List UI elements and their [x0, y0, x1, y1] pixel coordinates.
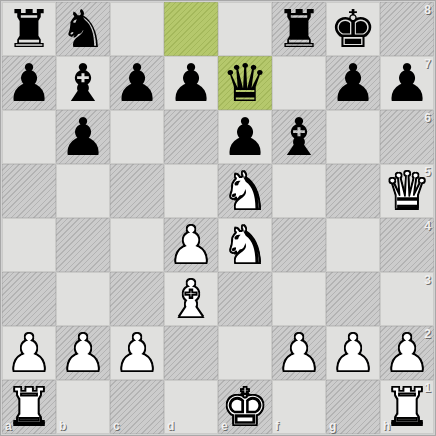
- piece-white-knight: ♞: [218, 164, 272, 218]
- square-e2[interactable]: [218, 326, 272, 380]
- rank-label-3: 3: [424, 273, 431, 287]
- piece-white-pawn: ♟: [164, 218, 218, 272]
- piece-black-king: ♚: [326, 2, 380, 56]
- square-b4[interactable]: [56, 218, 110, 272]
- piece-black-pawn: ♟: [110, 56, 164, 110]
- square-f2[interactable]: ♟: [272, 326, 326, 380]
- square-f7[interactable]: [272, 56, 326, 110]
- square-e7[interactable]: ♛: [218, 56, 272, 110]
- square-h4[interactable]: 4: [380, 218, 434, 272]
- square-g2[interactable]: ♟: [326, 326, 380, 380]
- piece-black-pawn: ♟: [164, 56, 218, 110]
- square-f3[interactable]: [272, 272, 326, 326]
- square-c3[interactable]: [110, 272, 164, 326]
- square-e6[interactable]: ♟: [218, 110, 272, 164]
- square-e4[interactable]: ♞: [218, 218, 272, 272]
- square-c7[interactable]: ♟: [110, 56, 164, 110]
- square-d4[interactable]: ♟: [164, 218, 218, 272]
- square-d8[interactable]: [164, 2, 218, 56]
- square-g1[interactable]: g: [326, 380, 380, 434]
- square-h7[interactable]: 7♟: [380, 56, 434, 110]
- piece-white-pawn: ♟: [272, 326, 326, 380]
- file-label-h: h: [383, 419, 390, 433]
- piece-black-pawn: ♟: [326, 56, 380, 110]
- rank-label-4: 4: [424, 219, 431, 233]
- square-a8[interactable]: ♜: [2, 2, 56, 56]
- piece-black-pawn: ♟: [380, 56, 434, 110]
- piece-black-pawn: ♟: [218, 110, 272, 164]
- piece-white-queen: ♛: [380, 164, 434, 218]
- square-a3[interactable]: [2, 272, 56, 326]
- square-c1[interactable]: c: [110, 380, 164, 434]
- square-b6[interactable]: ♟: [56, 110, 110, 164]
- square-c6[interactable]: [110, 110, 164, 164]
- rank-label-8: 8: [424, 3, 431, 17]
- piece-black-rook: ♜: [272, 2, 326, 56]
- square-c8[interactable]: [110, 2, 164, 56]
- square-h6[interactable]: 6: [380, 110, 434, 164]
- piece-black-pawn: ♟: [2, 56, 56, 110]
- piece-white-pawn: ♟: [380, 326, 434, 380]
- piece-black-bishop: ♝: [272, 110, 326, 164]
- piece-white-rook: ♜: [380, 380, 434, 434]
- square-a6[interactable]: [2, 110, 56, 164]
- square-a7[interactable]: ♟: [2, 56, 56, 110]
- square-h3[interactable]: 3: [380, 272, 434, 326]
- square-a2[interactable]: ♟: [2, 326, 56, 380]
- square-c5[interactable]: [110, 164, 164, 218]
- square-c4[interactable]: [110, 218, 164, 272]
- square-c2[interactable]: ♟: [110, 326, 164, 380]
- piece-black-knight: ♞: [56, 2, 110, 56]
- square-a5[interactable]: [2, 164, 56, 218]
- square-h1[interactable]: 1h♜: [380, 380, 434, 434]
- file-label-f: f: [275, 419, 279, 433]
- piece-white-knight: ♞: [218, 218, 272, 272]
- square-h2[interactable]: 2♟: [380, 326, 434, 380]
- piece-white-pawn: ♟: [56, 326, 110, 380]
- square-f4[interactable]: [272, 218, 326, 272]
- piece-black-rook: ♜: [2, 2, 56, 56]
- rank-label-2: 2: [424, 327, 431, 341]
- board-grid: ♜♞♜♚8♟♝♟♟♛♟7♟♟♟♝6♞5♛♟♞4♝3♟♟♟♟♟2♟a♜bcde♚f…: [2, 2, 434, 434]
- square-e3[interactable]: [218, 272, 272, 326]
- piece-black-queen: ♛: [218, 56, 272, 110]
- square-e1[interactable]: e♚: [218, 380, 272, 434]
- piece-white-rook: ♜: [2, 380, 56, 434]
- square-b8[interactable]: ♞: [56, 2, 110, 56]
- square-f1[interactable]: f: [272, 380, 326, 434]
- square-b1[interactable]: b: [56, 380, 110, 434]
- square-f6[interactable]: ♝: [272, 110, 326, 164]
- file-label-c: c: [113, 419, 120, 433]
- square-h8[interactable]: 8: [380, 2, 434, 56]
- square-g3[interactable]: [326, 272, 380, 326]
- file-label-g: g: [329, 419, 336, 433]
- piece-white-pawn: ♟: [2, 326, 56, 380]
- square-g6[interactable]: [326, 110, 380, 164]
- square-g4[interactable]: [326, 218, 380, 272]
- square-d7[interactable]: ♟: [164, 56, 218, 110]
- square-g7[interactable]: ♟: [326, 56, 380, 110]
- piece-white-king: ♚: [218, 380, 272, 434]
- piece-white-pawn: ♟: [110, 326, 164, 380]
- square-b7[interactable]: ♝: [56, 56, 110, 110]
- square-b2[interactable]: ♟: [56, 326, 110, 380]
- square-g8[interactable]: ♚: [326, 2, 380, 56]
- square-h5[interactable]: 5♛: [380, 164, 434, 218]
- square-e5[interactable]: ♞: [218, 164, 272, 218]
- square-b3[interactable]: [56, 272, 110, 326]
- rank-label-1: 1: [424, 381, 431, 395]
- square-f8[interactable]: ♜: [272, 2, 326, 56]
- square-a1[interactable]: a♜: [2, 380, 56, 434]
- square-b5[interactable]: [56, 164, 110, 218]
- chess-board: ♜♞♜♚8♟♝♟♟♛♟7♟♟♟♝6♞5♛♟♞4♝3♟♟♟♟♟2♟a♜bcde♚f…: [0, 0, 436, 436]
- file-label-a: a: [5, 419, 12, 433]
- square-d1[interactable]: d: [164, 380, 218, 434]
- piece-white-bishop: ♝: [164, 272, 218, 326]
- rank-label-6: 6: [424, 111, 431, 125]
- square-a4[interactable]: [2, 218, 56, 272]
- square-f5[interactable]: [272, 164, 326, 218]
- square-d6[interactable]: [164, 110, 218, 164]
- file-label-e: e: [221, 419, 228, 433]
- file-label-b: b: [59, 419, 66, 433]
- piece-black-bishop: ♝: [56, 56, 110, 110]
- square-d3[interactable]: ♝: [164, 272, 218, 326]
- square-g5[interactable]: [326, 164, 380, 218]
- piece-white-pawn: ♟: [326, 326, 380, 380]
- square-d2[interactable]: [164, 326, 218, 380]
- rank-label-7: 7: [424, 57, 431, 71]
- square-e8[interactable]: [218, 2, 272, 56]
- file-label-d: d: [167, 419, 174, 433]
- rank-label-5: 5: [424, 165, 431, 179]
- square-d5[interactable]: [164, 164, 218, 218]
- piece-black-pawn: ♟: [56, 110, 110, 164]
